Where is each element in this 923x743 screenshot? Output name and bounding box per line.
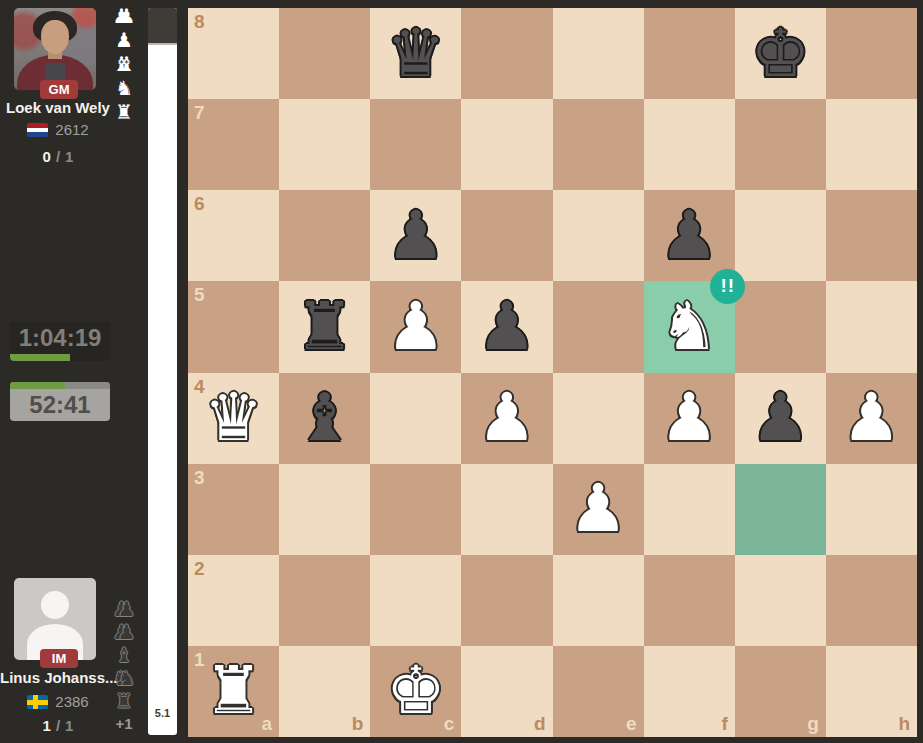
- rank-label-3: 3: [194, 467, 205, 489]
- square-f7[interactable]: [644, 99, 735, 190]
- square-d1[interactable]: d: [461, 646, 552, 737]
- top-clock-progress: [10, 354, 70, 361]
- evaluation-value: 5.1: [148, 707, 177, 719]
- bottom-player-time: 52:41: [10, 389, 110, 421]
- netherlands-flag-icon: [27, 123, 48, 137]
- file-label-g: g: [807, 713, 819, 735]
- square-g4[interactable]: ♟: [735, 373, 826, 464]
- bottom-player-captured: ♟♟♟♟♝♞♞♜: [103, 599, 145, 712]
- square-a3[interactable]: 3: [188, 464, 279, 555]
- bottom-player-rating: 2386: [55, 693, 88, 710]
- square-f1[interactable]: f: [644, 646, 735, 737]
- square-h8[interactable]: [826, 8, 917, 99]
- top-player-name: Loek van Wely: [0, 99, 116, 116]
- top-player-score: 0 / 1: [0, 148, 116, 165]
- bottom-player-avatar: [14, 578, 96, 660]
- captured-knight-icon-x2: ♞♞: [113, 668, 136, 689]
- material-advantage: +1: [103, 715, 145, 732]
- square-a4[interactable]: 4♛: [188, 373, 279, 464]
- piece-black-pawn[interactable]: ♟: [370, 190, 461, 281]
- rank-label-1: 1: [194, 649, 205, 671]
- square-b7[interactable]: [279, 99, 370, 190]
- top-player-avatar: [14, 8, 96, 90]
- square-a7[interactable]: 7: [188, 99, 279, 190]
- square-c1[interactable]: c♚: [370, 646, 461, 737]
- square-h6[interactable]: [826, 190, 917, 281]
- piece-black-queen[interactable]: ♛: [370, 8, 461, 99]
- bottom-player-title-badge: IM: [40, 649, 78, 668]
- square-b4[interactable]: ♝: [279, 373, 370, 464]
- file-label-f: f: [721, 713, 727, 735]
- brilliant-move-badge: !!: [710, 269, 745, 304]
- square-g6[interactable]: [735, 190, 826, 281]
- piece-black-pawn[interactable]: ♟: [735, 373, 826, 464]
- top-player-score-total: 1: [65, 148, 73, 165]
- bottom-player-score-total: 1: [65, 717, 73, 734]
- captured-pawn-icon: ♟: [115, 30, 133, 51]
- square-g7[interactable]: [735, 99, 826, 190]
- square-b2[interactable]: [279, 555, 370, 646]
- square-d7[interactable]: [461, 99, 552, 190]
- file-label-e: e: [626, 713, 637, 735]
- square-c7[interactable]: [370, 99, 461, 190]
- piece-white-pawn[interactable]: ♟: [826, 373, 917, 464]
- rank-label-7: 7: [194, 102, 205, 124]
- square-e1[interactable]: e: [553, 646, 644, 737]
- square-h5[interactable]: [826, 281, 917, 372]
- square-h1[interactable]: h: [826, 646, 917, 737]
- square-h7[interactable]: [826, 99, 917, 190]
- rank-label-6: 6: [194, 193, 205, 215]
- square-h2[interactable]: [826, 555, 917, 646]
- square-c4[interactable]: [370, 373, 461, 464]
- square-g3[interactable]: [735, 464, 826, 555]
- score-divider: /: [56, 717, 60, 734]
- square-d4[interactable]: ♟: [461, 373, 552, 464]
- sweden-flag-icon: [27, 695, 48, 709]
- square-f6[interactable]: ♟: [644, 190, 735, 281]
- bottom-clock-progress: [10, 382, 65, 389]
- bottom-clock-bar: [10, 382, 110, 389]
- square-d2[interactable]: [461, 555, 552, 646]
- top-player-time: 1:04:19: [10, 322, 110, 354]
- piece-black-pawn[interactable]: ♟: [644, 190, 735, 281]
- square-d3[interactable]: [461, 464, 552, 555]
- captured-bishop-icon-x2: ♝♝: [113, 54, 136, 75]
- chess-board: 8♛♚76♟♟5♜♟♟♞4♛♝♟♟♟♟3♟21a♜bc♚defgh!!: [188, 8, 917, 737]
- rank-label-8: 8: [194, 11, 205, 33]
- score-divider: /: [56, 148, 60, 165]
- square-c3[interactable]: [370, 464, 461, 555]
- square-e4[interactable]: [553, 373, 644, 464]
- square-a2[interactable]: 2: [188, 555, 279, 646]
- square-b1[interactable]: b: [279, 646, 370, 737]
- square-a6[interactable]: 6: [188, 190, 279, 281]
- evaluation-bar: 5.1: [148, 8, 177, 735]
- square-f3[interactable]: [644, 464, 735, 555]
- piece-white-pawn[interactable]: ♟: [461, 373, 552, 464]
- piece-black-bishop[interactable]: ♝: [279, 373, 370, 464]
- captured-bishop-icon: ♝: [115, 645, 133, 666]
- square-d5[interactable]: ♟: [461, 281, 552, 372]
- square-f8[interactable]: [644, 8, 735, 99]
- square-c6[interactable]: ♟: [370, 190, 461, 281]
- square-e7[interactable]: [553, 99, 644, 190]
- square-g8[interactable]: ♚: [735, 8, 826, 99]
- square-d8[interactable]: [461, 8, 552, 99]
- captured-rook-icon: ♜: [115, 102, 133, 123]
- square-a1[interactable]: 1a♜: [188, 646, 279, 737]
- piece-black-king[interactable]: ♚: [735, 8, 826, 99]
- bottom-player-clock: 52:41: [10, 382, 110, 421]
- square-g2[interactable]: [735, 555, 826, 646]
- captured-knight-icon: ♞: [115, 78, 133, 99]
- square-b6[interactable]: [279, 190, 370, 281]
- square-e5[interactable]: [553, 281, 644, 372]
- square-b3[interactable]: [279, 464, 370, 555]
- rank-label-5: 5: [194, 284, 205, 306]
- captured-rook-icon: ♜: [115, 691, 133, 712]
- bottom-player-score-value: 1: [43, 717, 51, 734]
- square-h3[interactable]: [826, 464, 917, 555]
- square-e8[interactable]: [553, 8, 644, 99]
- square-e3[interactable]: ♟: [553, 464, 644, 555]
- rank-label-4: 4: [194, 376, 205, 398]
- rank-label-2: 2: [194, 558, 205, 580]
- avatar-placeholder-head: [41, 591, 69, 619]
- square-a8[interactable]: 8: [188, 8, 279, 99]
- piece-black-rook[interactable]: ♜: [279, 281, 370, 372]
- square-h4[interactable]: ♟: [826, 373, 917, 464]
- file-label-a: a: [262, 713, 273, 735]
- square-f2[interactable]: [644, 555, 735, 646]
- photo-face-shape: [41, 20, 69, 54]
- square-g1[interactable]: g: [735, 646, 826, 737]
- square-a5[interactable]: 5: [188, 281, 279, 372]
- bottom-player-rating-row: 2386: [0, 693, 116, 710]
- top-player-captured: ♟♟♟♝♝♞♜: [103, 6, 145, 123]
- file-label-b: b: [352, 713, 364, 735]
- top-player-rating-row: 2612: [0, 121, 116, 138]
- square-c5[interactable]: ♟: [370, 281, 461, 372]
- file-label-c: c: [444, 713, 455, 735]
- top-player-clock: 1:04:19: [10, 322, 110, 361]
- captured-pawn-icon-x2: ♟♟: [113, 6, 136, 27]
- square-c8[interactable]: ♛: [370, 8, 461, 99]
- square-e6[interactable]: [553, 190, 644, 281]
- piece-white-pawn[interactable]: ♟: [553, 464, 644, 555]
- file-label-h: h: [898, 713, 910, 735]
- square-g5[interactable]: [735, 281, 826, 372]
- bottom-player-score: 1 / 1: [0, 717, 116, 734]
- top-clock-bar: [10, 354, 110, 361]
- square-b8[interactable]: [279, 8, 370, 99]
- piece-black-pawn[interactable]: ♟: [461, 281, 552, 372]
- square-f4[interactable]: ♟: [644, 373, 735, 464]
- sidebar: GM Loek van Wely 2612 0 / 1 ♟♟♟♝♝♞♜ 1:04…: [0, 0, 148, 743]
- evaluation-bar-black-portion: [148, 8, 177, 45]
- captured-pawn-icon-x2: ♟♟: [113, 599, 136, 620]
- piece-white-pawn[interactable]: ♟: [370, 281, 461, 372]
- top-player-title-badge: GM: [40, 80, 78, 99]
- bottom-player-name: Linus Johanss...: [0, 669, 116, 686]
- piece-white-pawn[interactable]: ♟: [644, 373, 735, 464]
- top-player-score-value: 0: [43, 148, 51, 165]
- square-b5[interactable]: ♜: [279, 281, 370, 372]
- captured-pawn-icon-x2: ♟♟: [113, 622, 136, 643]
- top-player-rating: 2612: [55, 121, 88, 138]
- square-d6[interactable]: [461, 190, 552, 281]
- square-e2[interactable]: [553, 555, 644, 646]
- square-c2[interactable]: [370, 555, 461, 646]
- file-label-d: d: [534, 713, 546, 735]
